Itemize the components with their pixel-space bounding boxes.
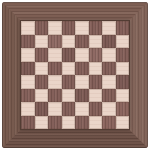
square-h4[interactable] [116, 75, 130, 89]
frame-rail-left [2, 2, 21, 148]
square-a3[interactable] [21, 89, 35, 103]
square-d6[interactable] [62, 48, 76, 62]
square-c8[interactable] [48, 21, 62, 35]
square-e7[interactable] [75, 35, 89, 49]
square-f5[interactable] [89, 62, 103, 76]
square-f7[interactable] [89, 35, 103, 49]
square-c3[interactable] [48, 89, 62, 103]
square-b1[interactable] [35, 116, 49, 130]
square-h7[interactable] [116, 35, 130, 49]
square-f4[interactable] [89, 75, 103, 89]
square-g5[interactable] [102, 62, 116, 76]
square-g2[interactable] [102, 102, 116, 116]
square-c4[interactable] [48, 75, 62, 89]
square-b2[interactable] [35, 102, 49, 116]
square-a5[interactable] [21, 62, 35, 76]
square-b6[interactable] [35, 48, 49, 62]
square-g7[interactable] [102, 35, 116, 49]
square-f2[interactable] [89, 102, 103, 116]
square-g3[interactable] [102, 89, 116, 103]
square-a2[interactable] [21, 102, 35, 116]
square-b5[interactable] [35, 62, 49, 76]
square-d5[interactable] [62, 62, 76, 76]
frame-rail-right [129, 2, 148, 148]
square-b3[interactable] [35, 89, 49, 103]
square-h6[interactable] [116, 48, 130, 62]
square-b8[interactable] [35, 21, 49, 35]
square-h3[interactable] [116, 89, 130, 103]
square-e8[interactable] [75, 21, 89, 35]
square-h5[interactable] [116, 62, 130, 76]
square-a8[interactable] [21, 21, 35, 35]
square-d8[interactable] [62, 21, 76, 35]
square-d1[interactable] [62, 116, 76, 130]
square-g1[interactable] [102, 116, 116, 130]
frame-rail-bottom [2, 129, 148, 148]
square-c2[interactable] [48, 102, 62, 116]
square-a4[interactable] [21, 75, 35, 89]
chessboard-photo [0, 0, 150, 150]
square-a7[interactable] [21, 35, 35, 49]
square-d3[interactable] [62, 89, 76, 103]
square-d2[interactable] [62, 102, 76, 116]
square-a6[interactable] [21, 48, 35, 62]
square-e4[interactable] [75, 75, 89, 89]
square-h2[interactable] [116, 102, 130, 116]
square-f6[interactable] [89, 48, 103, 62]
square-a1[interactable] [21, 116, 35, 130]
square-f3[interactable] [89, 89, 103, 103]
square-f1[interactable] [89, 116, 103, 130]
square-e5[interactable] [75, 62, 89, 76]
chess-board [21, 21, 129, 129]
square-c6[interactable] [48, 48, 62, 62]
square-g6[interactable] [102, 48, 116, 62]
square-e3[interactable] [75, 89, 89, 103]
square-g4[interactable] [102, 75, 116, 89]
square-c5[interactable] [48, 62, 62, 76]
square-h8[interactable] [116, 21, 130, 35]
square-b4[interactable] [35, 75, 49, 89]
square-c7[interactable] [48, 35, 62, 49]
square-c1[interactable] [48, 116, 62, 130]
square-h1[interactable] [116, 116, 130, 130]
square-e1[interactable] [75, 116, 89, 130]
square-d7[interactable] [62, 35, 76, 49]
square-g8[interactable] [102, 21, 116, 35]
square-e2[interactable] [75, 102, 89, 116]
square-f8[interactable] [89, 21, 103, 35]
square-b7[interactable] [35, 35, 49, 49]
square-e6[interactable] [75, 48, 89, 62]
frame-rail-top [2, 2, 148, 21]
square-d4[interactable] [62, 75, 76, 89]
